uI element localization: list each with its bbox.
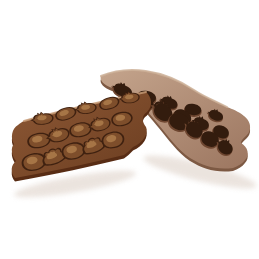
scene-svg: [0, 0, 259, 259]
product-photo: Two Easter silicone chocolate moulds: a …: [0, 0, 259, 259]
flat-mold: [12, 90, 151, 182]
